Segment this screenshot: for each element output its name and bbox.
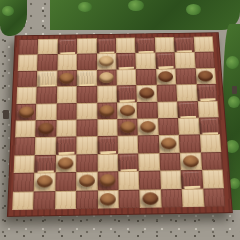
round-piece-r5-c1[interactable]: [18, 106, 34, 118]
square-r8-c10[interactable]: [201, 152, 223, 170]
photo-scene: [0, 0, 240, 240]
board-grid: [12, 36, 225, 210]
square-piece-r3-c4[interactable]: [79, 71, 95, 87]
square-piece-r1-c7[interactable]: [137, 39, 154, 54]
square-r3-c10[interactable]: [195, 68, 216, 84]
square-piece-r4-c10[interactable]: [198, 85, 215, 101]
round-piece-r9-c5[interactable]: [100, 174, 116, 186]
square-piece-r2-c8[interactable]: [157, 54, 174, 69]
square-r7-c4[interactable]: [77, 136, 98, 154]
round-piece-r3-c3[interactable]: [60, 72, 75, 83]
square-r6-c6[interactable]: [117, 119, 138, 136]
square-r5-c10[interactable]: [197, 100, 218, 117]
square-r2-c2[interactable]: [38, 54, 58, 70]
square-r5-c9[interactable]: [177, 101, 198, 118]
square-r4-c1[interactable]: [16, 87, 37, 104]
round-piece-r4-c7[interactable]: [139, 87, 154, 98]
square-r8-c5[interactable]: [97, 154, 118, 172]
checkers-board: [7, 32, 233, 217]
square-r2-c9[interactable]: [175, 52, 196, 68]
square-piece-r7-c5[interactable]: [99, 138, 116, 155]
round-piece-r2-c5[interactable]: [99, 56, 114, 67]
square-r7-c6[interactable]: [118, 136, 139, 154]
square-r9-c2[interactable]: [34, 172, 55, 191]
square-r4-c4[interactable]: [77, 86, 97, 103]
square-r7-c2[interactable]: [35, 137, 56, 155]
square-r9-c8[interactable]: [160, 170, 182, 189]
foliage-top-left: [0, 0, 27, 36]
square-r1-c8[interactable]: [155, 37, 175, 53]
square-r5-c8[interactable]: [157, 101, 178, 118]
square-r3-c2[interactable]: [37, 70, 57, 87]
leaf-icon: [226, 56, 239, 69]
square-r6-c8[interactable]: [158, 118, 179, 135]
square-r6-c4[interactable]: [77, 119, 98, 137]
square-r1-c7[interactable]: [135, 37, 155, 53]
leaf-icon: [228, 96, 240, 108]
square-r2-c3[interactable]: [57, 54, 77, 70]
square-piece-r7-c3[interactable]: [58, 138, 75, 155]
square-r10-c4[interactable]: [76, 190, 97, 209]
square-piece-r6-c10[interactable]: [200, 119, 218, 136]
square-piece-r1-c3[interactable]: [59, 40, 75, 55]
round-piece-r8-c9[interactable]: [183, 155, 199, 167]
square-r4-c3[interactable]: [57, 86, 77, 103]
square-r9-c1[interactable]: [13, 173, 35, 192]
square-r1-c5[interactable]: [97, 38, 117, 54]
square-r1-c1[interactable]: [18, 39, 38, 55]
square-r1-c6[interactable]: [116, 38, 136, 54]
square-r2-c1[interactable]: [18, 55, 38, 71]
round-piece-r9-c2[interactable]: [37, 175, 53, 187]
square-piece-r8-c2[interactable]: [37, 156, 54, 173]
square-r2-c8[interactable]: [155, 53, 175, 69]
round-piece-r5-c6[interactable]: [120, 104, 135, 116]
square-r1-c2[interactable]: [38, 39, 58, 55]
round-piece-r10-c7[interactable]: [142, 192, 158, 205]
square-r10-c1[interactable]: [12, 191, 34, 210]
square-r6-c7[interactable]: [138, 118, 159, 135]
square-r6-c10[interactable]: [198, 117, 220, 134]
square-r9-c6[interactable]: [118, 171, 139, 190]
leaf-icon: [186, 4, 201, 15]
round-piece-r3-c5[interactable]: [99, 72, 114, 83]
round-piece-r8-c3[interactable]: [58, 157, 74, 169]
round-piece-r10-c5[interactable]: [100, 193, 116, 206]
square-piece-r1-c5[interactable]: [98, 39, 114, 54]
square-r8-c3[interactable]: [56, 154, 77, 172]
square-r10-c7[interactable]: [140, 189, 162, 208]
round-piece-r9-c4[interactable]: [79, 175, 95, 187]
square-r1-c3[interactable]: [58, 38, 78, 54]
square-r8-c1[interactable]: [14, 155, 35, 173]
square-r7-c7[interactable]: [138, 135, 159, 153]
leaf-icon: [128, 0, 144, 11]
square-r3-c7[interactable]: [136, 69, 156, 86]
box-clasp-right: [232, 86, 237, 94]
square-r1-c9[interactable]: [174, 37, 194, 53]
square-piece-r4-c6[interactable]: [119, 87, 136, 103]
round-piece-r3-c10[interactable]: [198, 70, 214, 81]
square-piece-r5-c9[interactable]: [179, 102, 196, 118]
square-r4-c9[interactable]: [176, 84, 197, 101]
square-r7-c1[interactable]: [14, 137, 35, 155]
square-r3-c8[interactable]: [156, 68, 177, 85]
square-r4-c10[interactable]: [196, 84, 217, 101]
square-r4-c8[interactable]: [157, 85, 178, 102]
square-r8-c8[interactable]: [159, 153, 181, 171]
square-r3-c6[interactable]: [116, 69, 136, 86]
square-r5-c6[interactable]: [117, 102, 138, 119]
square-r3-c5[interactable]: [97, 69, 117, 86]
square-r2-c6[interactable]: [116, 53, 136, 69]
square-r3-c4[interactable]: [77, 70, 97, 87]
square-r8-c4[interactable]: [76, 154, 97, 172]
square-r2-c10[interactable]: [194, 52, 215, 68]
square-r6-c2[interactable]: [36, 120, 57, 138]
square-r2-c4[interactable]: [77, 54, 97, 70]
square-piece-r8-c6[interactable]: [120, 155, 137, 172]
square-r10-c3[interactable]: [55, 190, 76, 209]
square-r10-c2[interactable]: [34, 191, 56, 210]
square-r8-c7[interactable]: [139, 153, 160, 171]
round-piece-r3-c8[interactable]: [158, 71, 173, 82]
square-piece-r2-c6[interactable]: [118, 55, 135, 70]
square-r7-c5[interactable]: [97, 136, 118, 154]
square-r4-c2[interactable]: [37, 87, 57, 104]
square-r5-c1[interactable]: [16, 103, 37, 120]
square-r10-c10[interactable]: [203, 188, 225, 207]
square-r6-c9[interactable]: [178, 118, 199, 135]
square-r7-c10[interactable]: [200, 134, 222, 152]
square-r9-c9[interactable]: [181, 170, 203, 189]
square-r4-c5[interactable]: [97, 86, 117, 103]
square-r6-c1[interactable]: [15, 120, 36, 138]
square-r5-c2[interactable]: [36, 103, 57, 120]
square-r9-c5[interactable]: [97, 171, 118, 190]
square-r3-c3[interactable]: [57, 70, 77, 87]
square-r8-c9[interactable]: [180, 152, 202, 170]
square-r2-c7[interactable]: [136, 53, 156, 69]
square-r9-c7[interactable]: [139, 171, 161, 190]
square-r10-c8[interactable]: [161, 189, 183, 208]
square-r5-c3[interactable]: [56, 103, 76, 120]
square-r1-c4[interactable]: [77, 38, 97, 54]
square-piece-r9-c9[interactable]: [183, 172, 201, 190]
round-piece-r5-c5[interactable]: [99, 105, 114, 117]
square-r4-c6[interactable]: [117, 85, 137, 102]
square-r7-c9[interactable]: [179, 135, 201, 153]
round-piece-r6-c2[interactable]: [38, 123, 54, 135]
square-r3-c9[interactable]: [176, 68, 197, 84]
square-r8-c2[interactable]: [35, 155, 56, 173]
square-piece-r3-c2[interactable]: [39, 72, 55, 88]
leaf-icon: [2, 6, 14, 16]
square-r7-c8[interactable]: [159, 135, 180, 153]
round-piece-r7-c8[interactable]: [161, 138, 177, 150]
square-r4-c7[interactable]: [137, 85, 158, 102]
round-piece-r6-c6[interactable]: [120, 121, 136, 133]
leaf-icon: [78, 2, 92, 12]
square-r6-c5[interactable]: [97, 119, 118, 137]
square-r10-c5[interactable]: [97, 190, 118, 209]
square-r6-c3[interactable]: [56, 120, 77, 138]
square-r9-c10[interactable]: [202, 170, 224, 189]
square-r1-c10[interactable]: [193, 36, 213, 52]
square-r9-c4[interactable]: [76, 172, 97, 191]
square-r10-c9[interactable]: [182, 188, 204, 207]
square-r9-c3[interactable]: [55, 172, 76, 191]
square-r10-c6[interactable]: [119, 189, 141, 208]
square-r5-c7[interactable]: [137, 101, 158, 118]
square-r7-c3[interactable]: [56, 137, 77, 155]
box-clasp-left: [3, 110, 9, 119]
square-r5-c5[interactable]: [97, 102, 117, 119]
square-r2-c5[interactable]: [97, 53, 117, 69]
round-piece-r6-c7[interactable]: [140, 121, 156, 133]
square-r5-c4[interactable]: [77, 102, 97, 119]
square-piece-r1-c9[interactable]: [176, 38, 193, 53]
square-r8-c6[interactable]: [118, 153, 139, 171]
square-r3-c1[interactable]: [17, 71, 37, 88]
